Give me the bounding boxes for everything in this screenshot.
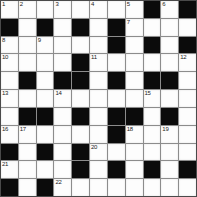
white-cell[interactable] bbox=[179, 108, 196, 125]
white-cell[interactable]: 20 bbox=[90, 144, 107, 161]
white-cell[interactable] bbox=[54, 161, 71, 178]
white-cell[interactable] bbox=[37, 72, 54, 89]
crossword-grid: 12345678910111213141516171819202122 bbox=[0, 0, 197, 197]
white-cell[interactable] bbox=[161, 19, 178, 36]
white-cell[interactable] bbox=[144, 179, 161, 196]
black-cell bbox=[144, 1, 161, 18]
clue-number: 5 bbox=[127, 1, 130, 8]
black-cell bbox=[1, 19, 18, 36]
white-cell[interactable]: 5 bbox=[126, 1, 143, 18]
clue-number: 20 bbox=[91, 144, 97, 151]
white-cell[interactable] bbox=[108, 179, 125, 196]
clue-number: 11 bbox=[91, 54, 97, 61]
white-cell[interactable] bbox=[90, 19, 107, 36]
white-cell[interactable] bbox=[19, 144, 36, 161]
white-cell[interactable] bbox=[108, 90, 125, 107]
clue-number: 16 bbox=[2, 126, 8, 133]
white-cell[interactable]: 19 bbox=[161, 126, 178, 143]
white-cell[interactable]: 7 bbox=[126, 19, 143, 36]
white-cell[interactable] bbox=[54, 144, 71, 161]
black-cell bbox=[72, 108, 89, 125]
white-cell[interactable] bbox=[144, 108, 161, 125]
white-cell[interactable]: 21 bbox=[1, 161, 18, 178]
clue-number: 17 bbox=[20, 126, 26, 133]
black-cell bbox=[108, 72, 125, 89]
white-cell[interactable] bbox=[108, 1, 125, 18]
white-cell[interactable]: 13 bbox=[1, 90, 18, 107]
white-cell[interactable] bbox=[37, 126, 54, 143]
white-cell[interactable] bbox=[72, 126, 89, 143]
clue-number: 14 bbox=[55, 90, 61, 97]
black-cell bbox=[54, 72, 71, 89]
black-cell bbox=[72, 19, 89, 36]
clue-number: 2 bbox=[20, 1, 23, 8]
clue-number: 12 bbox=[180, 54, 186, 61]
clue-number: 1 bbox=[2, 1, 5, 8]
black-cell bbox=[37, 19, 54, 36]
white-cell[interactable] bbox=[144, 54, 161, 71]
white-cell[interactable] bbox=[161, 179, 178, 196]
white-cell[interactable] bbox=[161, 37, 178, 54]
black-cell bbox=[126, 108, 143, 125]
black-cell bbox=[1, 144, 18, 161]
white-cell[interactable] bbox=[19, 179, 36, 196]
white-cell[interactable] bbox=[161, 90, 178, 107]
white-cell[interactable]: 10 bbox=[1, 54, 18, 71]
white-cell[interactable] bbox=[90, 126, 107, 143]
white-cell[interactable] bbox=[108, 144, 125, 161]
black-cell bbox=[179, 1, 196, 18]
white-cell[interactable] bbox=[179, 19, 196, 36]
black-cell bbox=[37, 179, 54, 196]
white-cell[interactable] bbox=[108, 54, 125, 71]
white-cell[interactable] bbox=[37, 54, 54, 71]
white-cell[interactable] bbox=[19, 54, 36, 71]
black-cell bbox=[144, 37, 161, 54]
white-cell[interactable] bbox=[54, 126, 71, 143]
white-cell[interactable] bbox=[72, 37, 89, 54]
white-cell[interactable] bbox=[179, 144, 196, 161]
white-cell[interactable] bbox=[144, 19, 161, 36]
white-cell[interactable] bbox=[126, 90, 143, 107]
white-cell[interactable]: 22 bbox=[54, 179, 71, 196]
white-cell[interactable] bbox=[54, 19, 71, 36]
white-cell[interactable] bbox=[72, 179, 89, 196]
white-cell[interactable] bbox=[90, 179, 107, 196]
clue-number: 18 bbox=[127, 126, 133, 133]
white-cell[interactable] bbox=[90, 161, 107, 178]
white-cell[interactable] bbox=[19, 37, 36, 54]
white-cell[interactable]: 9 bbox=[37, 37, 54, 54]
clue-number: 22 bbox=[55, 179, 61, 186]
white-cell[interactable] bbox=[72, 90, 89, 107]
white-cell[interactable] bbox=[54, 37, 71, 54]
black-cell bbox=[161, 108, 178, 125]
black-cell bbox=[37, 108, 54, 125]
clue-number: 8 bbox=[2, 37, 5, 44]
clue-number: 13 bbox=[2, 90, 8, 97]
black-cell bbox=[108, 161, 125, 178]
white-cell[interactable]: 11 bbox=[90, 54, 107, 71]
black-cell bbox=[144, 72, 161, 89]
white-cell[interactable] bbox=[161, 54, 178, 71]
black-cell bbox=[179, 37, 196, 54]
white-cell[interactable] bbox=[54, 54, 71, 71]
black-cell bbox=[37, 144, 54, 161]
white-cell[interactable] bbox=[19, 90, 36, 107]
white-cell[interactable]: 17 bbox=[19, 126, 36, 143]
clue-number: 9 bbox=[38, 37, 41, 44]
white-cell[interactable]: 1 bbox=[1, 1, 18, 18]
white-cell[interactable] bbox=[144, 144, 161, 161]
white-cell[interactable] bbox=[1, 72, 18, 89]
black-cell bbox=[19, 72, 36, 89]
black-cell bbox=[1, 179, 18, 196]
black-cell bbox=[72, 144, 89, 161]
white-cell[interactable]: 12 bbox=[179, 54, 196, 71]
white-cell[interactable]: 8 bbox=[1, 37, 18, 54]
black-cell bbox=[19, 108, 36, 125]
black-cell bbox=[108, 108, 125, 125]
black-cell bbox=[108, 126, 125, 143]
white-cell[interactable] bbox=[90, 108, 107, 125]
white-cell[interactable] bbox=[19, 19, 36, 36]
white-cell[interactable] bbox=[37, 90, 54, 107]
black-cell bbox=[108, 19, 125, 36]
white-cell[interactable] bbox=[90, 72, 107, 89]
white-cell[interactable] bbox=[90, 90, 107, 107]
white-cell[interactable] bbox=[126, 144, 143, 161]
clue-number: 10 bbox=[2, 54, 8, 61]
clue-number: 21 bbox=[2, 161, 8, 168]
clue-number: 15 bbox=[145, 90, 151, 97]
black-cell bbox=[161, 72, 178, 89]
black-cell bbox=[179, 161, 196, 178]
black-cell bbox=[144, 161, 161, 178]
white-cell[interactable]: 18 bbox=[126, 126, 143, 143]
white-cell[interactable] bbox=[37, 161, 54, 178]
black-cell bbox=[72, 72, 89, 89]
white-cell[interactable] bbox=[1, 108, 18, 125]
white-cell[interactable] bbox=[161, 161, 178, 178]
clue-number: 3 bbox=[55, 1, 58, 8]
white-cell[interactable]: 4 bbox=[90, 1, 107, 18]
white-cell[interactable]: 6 bbox=[161, 1, 178, 18]
black-cell bbox=[72, 161, 89, 178]
white-cell[interactable]: 15 bbox=[144, 90, 161, 107]
white-cell[interactable] bbox=[161, 144, 178, 161]
white-cell[interactable] bbox=[144, 126, 161, 143]
white-cell[interactable]: 3 bbox=[54, 1, 71, 18]
white-cell[interactable] bbox=[90, 37, 107, 54]
white-cell[interactable] bbox=[126, 72, 143, 89]
black-cell bbox=[72, 54, 89, 71]
white-cell[interactable] bbox=[126, 37, 143, 54]
black-cell bbox=[108, 37, 125, 54]
white-cell[interactable] bbox=[54, 108, 71, 125]
white-cell[interactable] bbox=[72, 1, 89, 18]
white-cell[interactable]: 2 bbox=[19, 1, 36, 18]
clue-number: 19 bbox=[162, 126, 168, 133]
white-cell[interactable] bbox=[179, 90, 196, 107]
clue-number: 6 bbox=[162, 1, 165, 8]
white-cell[interactable] bbox=[179, 179, 196, 196]
white-cell[interactable] bbox=[179, 126, 196, 143]
clue-number: 4 bbox=[91, 1, 94, 8]
clue-number: 7 bbox=[127, 19, 130, 26]
white-cell[interactable] bbox=[179, 72, 196, 89]
white-cell[interactable] bbox=[37, 1, 54, 18]
white-cell[interactable] bbox=[19, 161, 36, 178]
white-cell[interactable] bbox=[126, 179, 143, 196]
white-cell[interactable] bbox=[126, 54, 143, 71]
white-cell[interactable] bbox=[126, 161, 143, 178]
white-cell[interactable]: 16 bbox=[1, 126, 18, 143]
white-cell[interactable]: 14 bbox=[54, 90, 71, 107]
